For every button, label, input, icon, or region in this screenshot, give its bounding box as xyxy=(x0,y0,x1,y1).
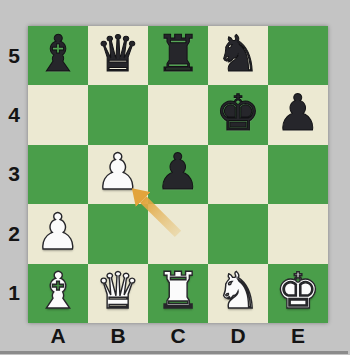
square-a3[interactable] xyxy=(28,145,88,204)
square-e4[interactable]: ♟ xyxy=(268,85,328,144)
black-queen-b5[interactable]: ♛ xyxy=(96,29,141,79)
black-king-d4[interactable]: ♚ xyxy=(216,88,261,138)
file-label-b: B xyxy=(88,323,148,349)
white-pawn-a2[interactable]: ♟ xyxy=(36,207,81,257)
square-c2[interactable] xyxy=(148,204,208,263)
file-label-e: E xyxy=(268,323,328,349)
square-c3[interactable]: ♟ xyxy=(148,145,208,204)
square-c4[interactable] xyxy=(148,85,208,144)
file-label-a: A xyxy=(28,323,88,349)
black-knight-d5[interactable]: ♞ xyxy=(216,29,261,79)
square-c1[interactable]: ♜ xyxy=(148,264,208,323)
file-labels: ABCDE xyxy=(28,323,328,349)
white-pawn-b3[interactable]: ♟ xyxy=(96,147,141,197)
rank-label-1: 1 xyxy=(0,264,28,323)
black-bishop-a5[interactable]: ♝ xyxy=(36,29,81,79)
square-d3[interactable] xyxy=(208,145,268,204)
square-e5[interactable] xyxy=(268,26,328,85)
square-e3[interactable] xyxy=(268,145,328,204)
square-a5[interactable]: ♝ xyxy=(28,26,88,85)
rank-label-4: 4 xyxy=(0,85,28,144)
square-b2[interactable] xyxy=(88,204,148,263)
square-d2[interactable] xyxy=(208,204,268,263)
chess-app-stage: 54321 ♝♛♜♞♚♟♟♟♟♝♛♜♞♚ ABCDE xyxy=(0,0,350,355)
square-a2[interactable]: ♟ xyxy=(28,204,88,263)
square-e1[interactable]: ♚ xyxy=(268,264,328,323)
square-d4[interactable]: ♚ xyxy=(208,85,268,144)
square-e2[interactable] xyxy=(268,204,328,263)
file-label-c: C xyxy=(148,323,208,349)
square-a4[interactable] xyxy=(28,85,88,144)
white-rook-c1[interactable]: ♜ xyxy=(156,266,201,316)
square-b1[interactable]: ♛ xyxy=(88,264,148,323)
white-king-e1[interactable]: ♚ xyxy=(276,266,321,316)
rank-label-5: 5 xyxy=(0,26,28,85)
rank-labels: 54321 xyxy=(0,26,28,323)
rank-label-2: 2 xyxy=(0,204,28,263)
square-b5[interactable]: ♛ xyxy=(88,26,148,85)
square-b4[interactable] xyxy=(88,85,148,144)
square-d1[interactable]: ♞ xyxy=(208,264,268,323)
file-label-d: D xyxy=(208,323,268,349)
white-queen-b1[interactable]: ♛ xyxy=(96,266,141,316)
square-a1[interactable]: ♝ xyxy=(28,264,88,323)
square-d5[interactable]: ♞ xyxy=(208,26,268,85)
bottom-divider xyxy=(0,351,348,354)
square-c5[interactable]: ♜ xyxy=(148,26,208,85)
black-pawn-c3[interactable]: ♟ xyxy=(156,147,201,197)
black-rook-c5[interactable]: ♜ xyxy=(156,29,201,79)
board[interactable]: ♝♛♜♞♚♟♟♟♟♝♛♜♞♚ xyxy=(28,26,328,323)
black-pawn-e4[interactable]: ♟ xyxy=(276,88,321,138)
white-bishop-a1[interactable]: ♝ xyxy=(36,266,81,316)
square-b3[interactable]: ♟ xyxy=(88,145,148,204)
rank-label-3: 3 xyxy=(0,145,28,204)
white-knight-d1[interactable]: ♞ xyxy=(216,266,261,316)
